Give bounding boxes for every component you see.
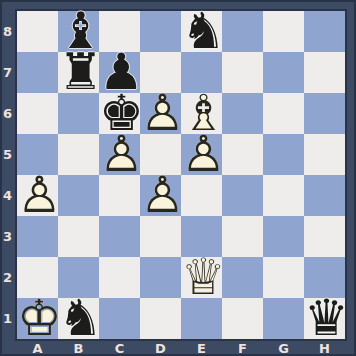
square-f1[interactable]: [222, 298, 263, 339]
square-h6[interactable]: [304, 93, 345, 134]
square-a4[interactable]: ♟♙: [17, 175, 58, 216]
black-rook[interactable]: ♜: [58, 52, 99, 93]
square-b3[interactable]: [58, 216, 99, 257]
square-f7[interactable]: [222, 52, 263, 93]
square-d2[interactable]: [140, 257, 181, 298]
square-c2[interactable]: [99, 257, 140, 298]
square-d1[interactable]: [140, 298, 181, 339]
black-queen[interactable]: ♛: [304, 298, 345, 339]
square-f6[interactable]: [222, 93, 263, 134]
square-f5[interactable]: [222, 134, 263, 175]
square-h7[interactable]: [304, 52, 345, 93]
square-b5[interactable]: [58, 134, 99, 175]
square-h3[interactable]: [304, 216, 345, 257]
piece-outline: ♙: [140, 175, 181, 216]
piece-outline: ♕: [181, 257, 222, 298]
white-pawn[interactable]: ♟♙: [140, 175, 181, 216]
white-king[interactable]: ♚♔: [17, 298, 58, 339]
square-g7[interactable]: [263, 52, 304, 93]
piece-outline: ♙: [99, 134, 140, 175]
square-g8[interactable]: [263, 11, 304, 52]
rank-label-7: 7: [0, 52, 15, 93]
square-a1[interactable]: ♚♔: [17, 298, 58, 339]
chess-board-frame: 87654321 ABCDEFGH ♝♞♜♟♚♟♙♝♗♟♙♟♙♟♙♟♙♛♕♚♔♞…: [0, 0, 356, 356]
square-e5[interactable]: ♟♙: [181, 134, 222, 175]
file-label-g: G: [263, 341, 304, 356]
file-label-c: C: [99, 341, 140, 356]
square-f8[interactable]: [222, 11, 263, 52]
rank-label-1: 1: [0, 298, 15, 339]
square-g2[interactable]: [263, 257, 304, 298]
square-e2[interactable]: ♛♕: [181, 257, 222, 298]
rank-label-5: 5: [0, 134, 15, 175]
piece-outline: ♙: [140, 93, 181, 134]
square-d8[interactable]: [140, 11, 181, 52]
file-label-e: E: [181, 341, 222, 356]
white-pawn[interactable]: ♟♙: [140, 93, 181, 134]
black-knight[interactable]: ♞: [181, 11, 222, 52]
square-f3[interactable]: [222, 216, 263, 257]
square-c3[interactable]: [99, 216, 140, 257]
black-knight[interactable]: ♞: [58, 298, 99, 339]
square-f4[interactable]: [222, 175, 263, 216]
piece-outline: ♔: [17, 298, 58, 339]
chess-board: ♝♞♜♟♚♟♙♝♗♟♙♟♙♟♙♟♙♛♕♚♔♞♛: [15, 9, 347, 341]
square-g5[interactable]: [263, 134, 304, 175]
piece-outline: ♙: [181, 134, 222, 175]
square-g6[interactable]: [263, 93, 304, 134]
piece-outline: ♙: [17, 175, 58, 216]
square-h5[interactable]: [304, 134, 345, 175]
square-d6[interactable]: ♟♙: [140, 93, 181, 134]
rank-label-6: 6: [0, 93, 15, 134]
white-queen[interactable]: ♛♕: [181, 257, 222, 298]
square-c5[interactable]: ♟♙: [99, 134, 140, 175]
square-d4[interactable]: ♟♙: [140, 175, 181, 216]
file-label-d: D: [140, 341, 181, 356]
white-pawn[interactable]: ♟♙: [181, 134, 222, 175]
square-b7[interactable]: ♜: [58, 52, 99, 93]
square-g4[interactable]: [263, 175, 304, 216]
square-a6[interactable]: [17, 93, 58, 134]
rank-label-8: 8: [0, 11, 15, 52]
square-b4[interactable]: [58, 175, 99, 216]
square-f2[interactable]: [222, 257, 263, 298]
square-a8[interactable]: [17, 11, 58, 52]
rank-label-3: 3: [0, 216, 15, 257]
white-pawn[interactable]: ♟♙: [99, 134, 140, 175]
rank-label-4: 4: [0, 175, 15, 216]
square-h8[interactable]: [304, 11, 345, 52]
file-label-f: F: [222, 341, 263, 356]
square-c1[interactable]: [99, 298, 140, 339]
rank-label-2: 2: [0, 257, 15, 298]
square-e8[interactable]: ♞: [181, 11, 222, 52]
square-g1[interactable]: [263, 298, 304, 339]
white-pawn[interactable]: ♟♙: [17, 175, 58, 216]
square-a7[interactable]: [17, 52, 58, 93]
square-b1[interactable]: ♞: [58, 298, 99, 339]
square-h4[interactable]: [304, 175, 345, 216]
square-h1[interactable]: ♛: [304, 298, 345, 339]
square-g3[interactable]: [263, 216, 304, 257]
